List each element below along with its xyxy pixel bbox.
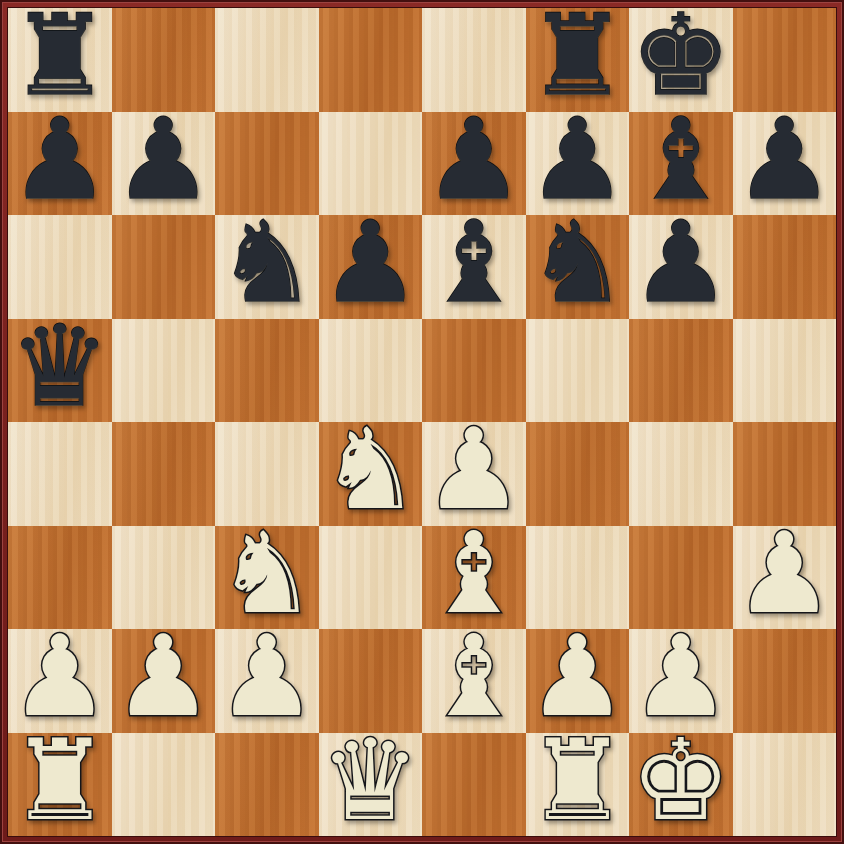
square-d4[interactable]: ♞ bbox=[319, 422, 423, 526]
square-f6[interactable]: ♞ bbox=[526, 215, 630, 319]
square-c4[interactable] bbox=[215, 422, 319, 526]
square-c2[interactable]: ♟ bbox=[215, 629, 319, 733]
square-g2[interactable]: ♟ bbox=[629, 629, 733, 733]
square-e4[interactable]: ♟ bbox=[422, 422, 526, 526]
square-d3[interactable] bbox=[319, 526, 423, 630]
square-g1[interactable]: ♚ bbox=[629, 733, 733, 837]
square-h6[interactable] bbox=[733, 215, 837, 319]
square-b7[interactable]: ♟ bbox=[112, 112, 216, 216]
piece-white-rook[interactable]: ♜ bbox=[10, 733, 110, 832]
square-e5[interactable] bbox=[422, 319, 526, 423]
chess-board: ♜♜♚♟♟♟♟♝♟♞♟♝♞♟♛♞♟♞♝♟♟♟♟♝♟♟♜♛♜♚ bbox=[8, 8, 836, 836]
piece-white-pawn[interactable]: ♟ bbox=[113, 629, 213, 728]
board-frame: ♜♜♚♟♟♟♟♝♟♞♟♝♞♟♛♞♟♞♝♟♟♟♟♝♟♟♜♛♜♚ bbox=[0, 0, 844, 844]
piece-white-pawn[interactable]: ♟ bbox=[10, 629, 110, 728]
square-a8[interactable]: ♜ bbox=[8, 8, 112, 112]
square-h1[interactable] bbox=[733, 733, 837, 837]
square-b3[interactable] bbox=[112, 526, 216, 630]
piece-black-bishop[interactable]: ♝ bbox=[631, 112, 731, 211]
square-a5[interactable]: ♛ bbox=[8, 319, 112, 423]
square-f4[interactable] bbox=[526, 422, 630, 526]
piece-white-king[interactable]: ♚ bbox=[631, 733, 731, 832]
piece-white-pawn[interactable]: ♟ bbox=[734, 526, 834, 625]
square-c1[interactable] bbox=[215, 733, 319, 837]
square-c8[interactable] bbox=[215, 8, 319, 112]
square-b5[interactable] bbox=[112, 319, 216, 423]
piece-black-rook[interactable]: ♜ bbox=[527, 8, 627, 107]
square-f5[interactable] bbox=[526, 319, 630, 423]
piece-white-knight[interactable]: ♞ bbox=[320, 422, 420, 521]
square-f7[interactable]: ♟ bbox=[526, 112, 630, 216]
square-a4[interactable] bbox=[8, 422, 112, 526]
square-c7[interactable] bbox=[215, 112, 319, 216]
piece-black-knight[interactable]: ♞ bbox=[527, 215, 627, 314]
piece-white-knight[interactable]: ♞ bbox=[217, 526, 317, 625]
square-g3[interactable] bbox=[629, 526, 733, 630]
square-d2[interactable] bbox=[319, 629, 423, 733]
square-b1[interactable] bbox=[112, 733, 216, 837]
piece-white-rook[interactable]: ♜ bbox=[527, 733, 627, 832]
square-a3[interactable] bbox=[8, 526, 112, 630]
square-a7[interactable]: ♟ bbox=[8, 112, 112, 216]
piece-black-pawn[interactable]: ♟ bbox=[113, 112, 213, 211]
piece-black-pawn[interactable]: ♟ bbox=[320, 215, 420, 314]
square-h3[interactable]: ♟ bbox=[733, 526, 837, 630]
square-d8[interactable] bbox=[319, 8, 423, 112]
square-e7[interactable]: ♟ bbox=[422, 112, 526, 216]
piece-black-pawn[interactable]: ♟ bbox=[424, 112, 524, 211]
square-c6[interactable]: ♞ bbox=[215, 215, 319, 319]
square-e3[interactable]: ♝ bbox=[422, 526, 526, 630]
square-d7[interactable] bbox=[319, 112, 423, 216]
piece-white-queen[interactable]: ♛ bbox=[320, 733, 420, 832]
square-g4[interactable] bbox=[629, 422, 733, 526]
square-g7[interactable]: ♝ bbox=[629, 112, 733, 216]
square-e1[interactable] bbox=[422, 733, 526, 837]
square-c5[interactable] bbox=[215, 319, 319, 423]
square-d6[interactable]: ♟ bbox=[319, 215, 423, 319]
piece-black-pawn[interactable]: ♟ bbox=[527, 112, 627, 211]
square-c3[interactable]: ♞ bbox=[215, 526, 319, 630]
square-h8[interactable] bbox=[733, 8, 837, 112]
piece-black-bishop[interactable]: ♝ bbox=[424, 215, 524, 314]
square-f1[interactable]: ♜ bbox=[526, 733, 630, 837]
square-e2[interactable]: ♝ bbox=[422, 629, 526, 733]
square-f3[interactable] bbox=[526, 526, 630, 630]
square-h4[interactable] bbox=[733, 422, 837, 526]
square-b6[interactable] bbox=[112, 215, 216, 319]
square-d1[interactable]: ♛ bbox=[319, 733, 423, 837]
piece-white-pawn[interactable]: ♟ bbox=[527, 629, 627, 728]
piece-white-pawn[interactable]: ♟ bbox=[217, 629, 317, 728]
piece-black-king[interactable]: ♚ bbox=[631, 8, 731, 107]
square-g6[interactable]: ♟ bbox=[629, 215, 733, 319]
square-h5[interactable] bbox=[733, 319, 837, 423]
piece-black-pawn[interactable]: ♟ bbox=[631, 215, 731, 314]
piece-black-pawn[interactable]: ♟ bbox=[10, 112, 110, 211]
square-a2[interactable]: ♟ bbox=[8, 629, 112, 733]
square-f8[interactable]: ♜ bbox=[526, 8, 630, 112]
piece-white-bishop[interactable]: ♝ bbox=[424, 629, 524, 728]
piece-black-rook[interactable]: ♜ bbox=[10, 8, 110, 107]
piece-black-knight[interactable]: ♞ bbox=[217, 215, 317, 314]
square-a6[interactable] bbox=[8, 215, 112, 319]
piece-white-pawn[interactable]: ♟ bbox=[424, 422, 524, 521]
square-b8[interactable] bbox=[112, 8, 216, 112]
square-g5[interactable] bbox=[629, 319, 733, 423]
square-d5[interactable] bbox=[319, 319, 423, 423]
square-g8[interactable]: ♚ bbox=[629, 8, 733, 112]
piece-white-pawn[interactable]: ♟ bbox=[631, 629, 731, 728]
square-b2[interactable]: ♟ bbox=[112, 629, 216, 733]
square-a1[interactable]: ♜ bbox=[8, 733, 112, 837]
square-h7[interactable]: ♟ bbox=[733, 112, 837, 216]
piece-white-bishop[interactable]: ♝ bbox=[424, 526, 524, 625]
square-h2[interactable] bbox=[733, 629, 837, 733]
square-e8[interactable] bbox=[422, 8, 526, 112]
piece-black-pawn[interactable]: ♟ bbox=[734, 112, 834, 211]
square-f2[interactable]: ♟ bbox=[526, 629, 630, 733]
piece-black-queen[interactable]: ♛ bbox=[10, 319, 110, 418]
square-b4[interactable] bbox=[112, 422, 216, 526]
square-e6[interactable]: ♝ bbox=[422, 215, 526, 319]
